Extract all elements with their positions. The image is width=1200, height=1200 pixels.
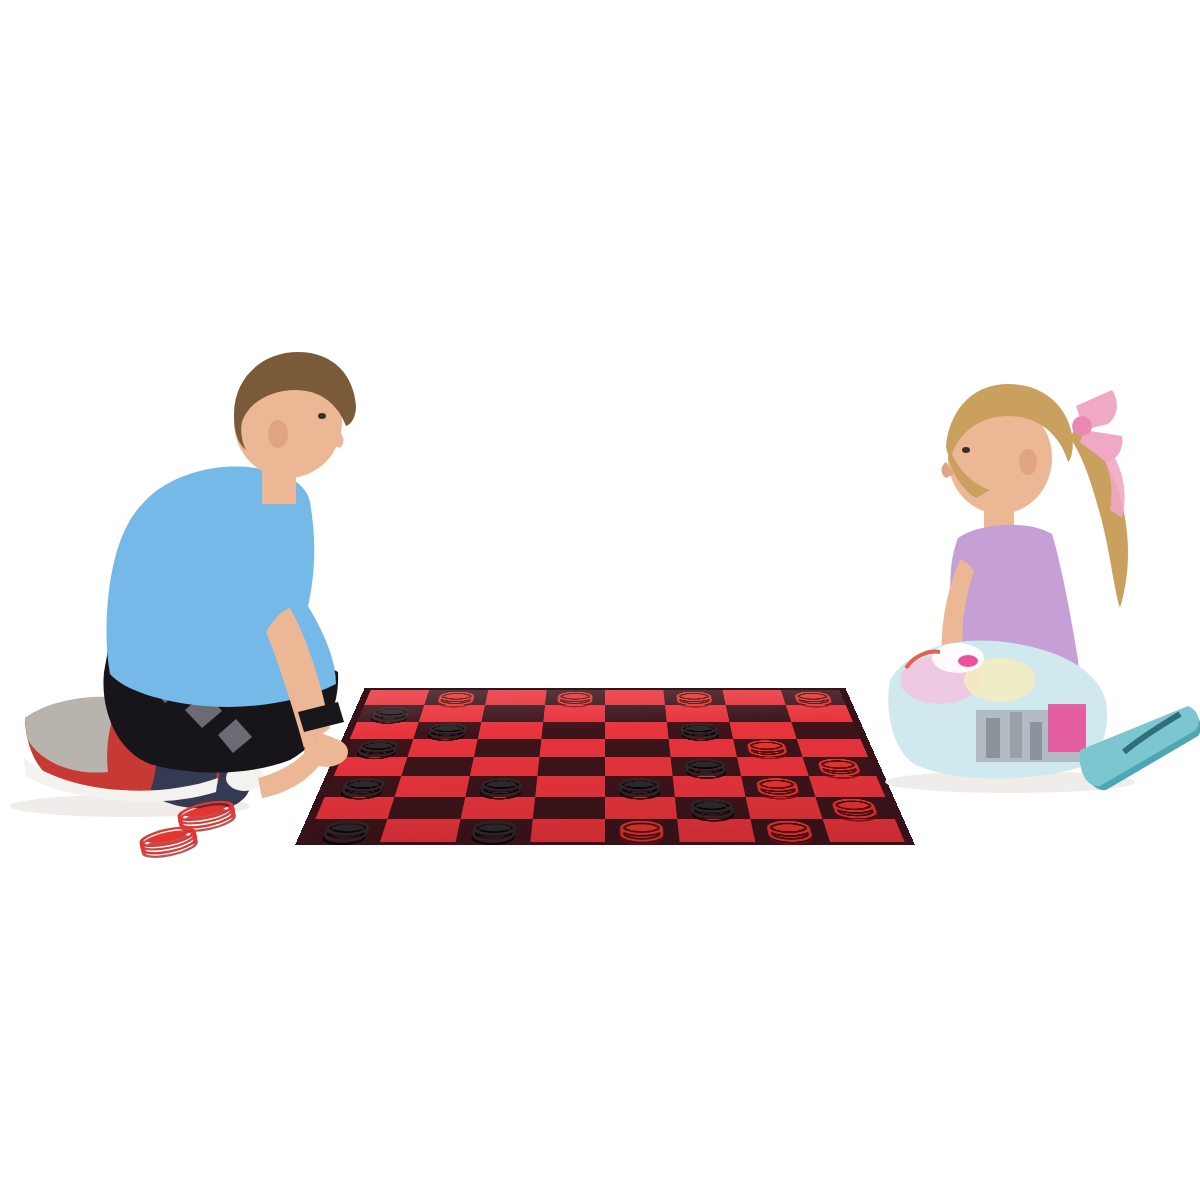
square-r4c3-dark[interactable]	[537, 757, 605, 776]
square-r1c6-dark[interactable]	[725, 705, 790, 721]
red-checker-piece[interactable]: ⛂	[789, 685, 837, 710]
red-checker-piece[interactable]: ⛂	[742, 732, 792, 761]
square-r2c5-dark[interactable]: ⛂	[667, 722, 733, 739]
square-r4c1-dark[interactable]	[402, 757, 474, 776]
square-r5c4-dark[interactable]: ⛂	[605, 776, 675, 797]
red-checker-piece[interactable]: ⛂	[673, 685, 715, 710]
square-r0c6-light[interactable]	[722, 690, 786, 705]
square-r3c3-light[interactable]	[539, 739, 605, 757]
square-r0c4-light[interactable]	[605, 690, 665, 705]
black-checker-piece[interactable]: ⛂	[677, 715, 722, 743]
square-r1c2-dark[interactable]	[481, 705, 545, 721]
captured-red-checker-piece[interactable]: ⛂	[132, 810, 203, 866]
square-r7c1-light[interactable]	[380, 819, 460, 842]
girl-player-illustration	[880, 350, 1200, 810]
square-r5c1-light[interactable]	[395, 776, 469, 797]
scene: ⛂⛂⛂⛂⛂⛂⛂⛂⛂⛂⛂⛂⛂⛂⛂⛂⛂⛂⛂⛂⛂ ⛂⛂	[0, 0, 1200, 1200]
square-r3c6-dark[interactable]: ⛂	[733, 739, 803, 757]
square-r2c3-dark[interactable]	[541, 722, 605, 739]
square-r3c4-dark[interactable]	[605, 739, 671, 757]
square-r7c4-dark[interactable]: ⛂	[605, 819, 680, 842]
square-r0c5-dark[interactable]: ⛂	[664, 690, 726, 705]
checkers-board: ⛂⛂⛂⛂⛂⛂⛂⛂⛂⛂⛂⛂⛂⛂⛂⛂⛂⛂⛂⛂⛂	[295, 688, 915, 845]
square-r6c1-dark[interactable]	[388, 797, 465, 819]
square-r5c3-light[interactable]	[535, 776, 605, 797]
square-r7c2-dark[interactable]: ⛂	[455, 819, 532, 842]
square-r6c5-dark[interactable]: ⛂	[675, 797, 750, 819]
square-r4c5-dark[interactable]: ⛂	[671, 757, 741, 776]
square-r6c3-dark[interactable]	[533, 797, 605, 819]
boy-player-illustration	[0, 340, 360, 840]
black-checker-piece[interactable]: ⛂	[476, 769, 526, 802]
red-checker-piece[interactable]: ⛂	[618, 810, 668, 848]
square-r2c2-light[interactable]	[477, 722, 543, 739]
square-r2c4-light[interactable]	[605, 722, 669, 739]
red-checker-piece[interactable]: ⛂	[434, 685, 479, 710]
square-r2c7-dark[interactable]	[791, 722, 860, 739]
black-checker-piece[interactable]: ⛂	[424, 715, 472, 743]
black-checker-piece[interactable]: ⛂	[686, 789, 738, 824]
square-r0c7-dark[interactable]: ⛂	[781, 690, 846, 705]
square-r7c3-light[interactable]	[530, 819, 605, 842]
square-r3c2-dark[interactable]	[473, 739, 541, 757]
black-checker-piece[interactable]: ⛂	[682, 750, 730, 781]
square-r5c6-dark[interactable]: ⛂	[741, 776, 815, 797]
red-checker-piece[interactable]: ⛂	[555, 685, 595, 710]
square-r4c7-dark[interactable]: ⛂	[802, 757, 876, 776]
square-r1c4-dark[interactable]	[605, 705, 667, 721]
black-checker-piece[interactable]: ⛂	[467, 810, 521, 848]
square-r2c1-dark[interactable]: ⛂	[414, 722, 481, 739]
square-r5c2-dark[interactable]: ⛂	[465, 776, 537, 797]
captured-pieces-area: ⛂⛂	[128, 768, 298, 868]
black-checker-piece[interactable]: ⛂	[617, 769, 663, 802]
square-r0c2-light[interactable]	[485, 690, 547, 705]
checkers-board-grid: ⛂⛂⛂⛂⛂⛂⛂⛂⛂⛂⛂⛂⛂⛂⛂⛂⛂⛂⛂⛂⛂	[295, 688, 915, 845]
square-r7c6-dark[interactable]: ⛂	[750, 819, 830, 842]
square-r0c1-dark[interactable]: ⛂	[424, 690, 488, 705]
square-r1c0-dark[interactable]: ⛂	[357, 705, 424, 721]
square-r0c3-dark[interactable]: ⛂	[545, 690, 605, 705]
